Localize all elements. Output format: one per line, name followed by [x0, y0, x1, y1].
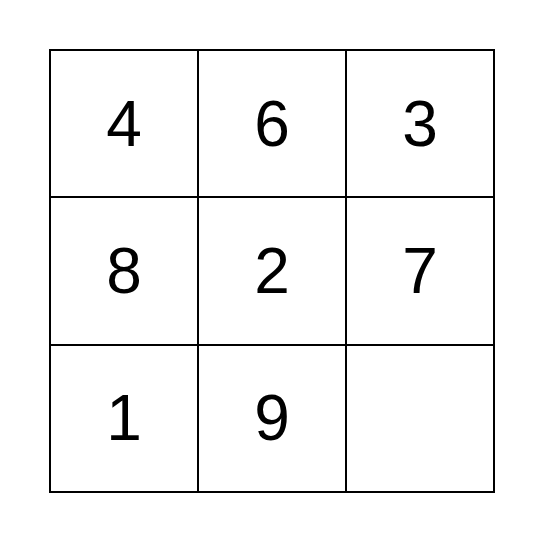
puzzle-board: 4 6 3 8 2 7 1 9 [49, 49, 495, 493]
cell-r2c1[interactable]: 8 [51, 198, 197, 343]
cell-r2c3[interactable]: 7 [347, 198, 493, 343]
cell-r3c2[interactable]: 9 [199, 346, 345, 491]
cell-r2c2[interactable]: 2 [199, 198, 345, 343]
cell-r1c1[interactable]: 4 [51, 51, 197, 196]
cell-r1c2[interactable]: 6 [199, 51, 345, 196]
cell-r1c3[interactable]: 3 [347, 51, 493, 196]
cell-r3c3-empty[interactable] [347, 346, 493, 491]
cell-r3c1[interactable]: 1 [51, 346, 197, 491]
